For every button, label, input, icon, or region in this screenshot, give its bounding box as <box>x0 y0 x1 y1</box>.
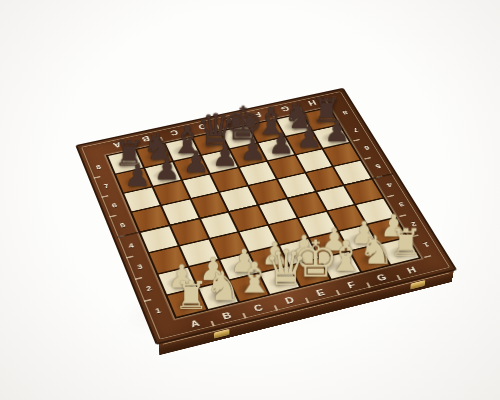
black-pawn[interactable]: ♟ <box>211 142 237 171</box>
black-pawn[interactable]: ♟ <box>154 154 181 184</box>
black-pawn[interactable]: ♟ <box>324 117 350 146</box>
black-pawn[interactable]: ♟ <box>240 135 266 164</box>
square-a1[interactable]: ♜ <box>168 289 206 317</box>
white-rook[interactable]: ♜ <box>175 276 210 315</box>
black-pawn[interactable]: ♟ <box>183 148 209 177</box>
white-knight[interactable]: ♞ <box>205 266 241 307</box>
product-photo-scene: ABCDEFGH ABCDEFGH 87654321 87654321 ♜♞♝♛… <box>0 0 500 400</box>
black-pawn[interactable]: ♟ <box>124 161 151 191</box>
black-pawn[interactable]: ♟ <box>268 129 294 158</box>
black-pawn[interactable]: ♟ <box>296 123 322 152</box>
square-a6[interactable] <box>124 187 159 211</box>
square-a7[interactable]: ♟ <box>116 169 151 193</box>
